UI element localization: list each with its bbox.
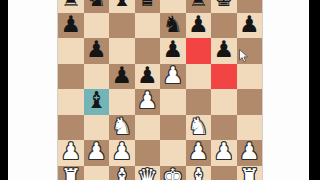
square-b3[interactable]: [84, 115, 110, 141]
square-g3[interactable]: [211, 115, 237, 141]
piece-black-pawn[interactable]: ♟: [213, 38, 234, 61]
right-letterbox-bar: [309, 0, 320, 180]
square-c2[interactable]: ♟: [109, 140, 135, 166]
square-d4[interactable]: ♟: [135, 89, 161, 115]
square-e1[interactable]: ♚: [160, 166, 186, 181]
piece-black-bishop[interactable]: ♝: [111, 0, 132, 10]
square-g5[interactable]: [211, 64, 237, 90]
piece-white-bishop[interactable]: ♝: [111, 166, 132, 180]
piece-black-pawn[interactable]: ♟: [60, 13, 81, 36]
square-a4[interactable]: [58, 89, 84, 115]
square-c3[interactable]: ♞: [109, 115, 135, 141]
square-c7[interactable]: [109, 13, 135, 39]
square-a3[interactable]: [58, 115, 84, 141]
piece-white-pawn[interactable]: ♟: [239, 140, 260, 163]
square-d5[interactable]: ♟: [135, 64, 161, 90]
square-e5[interactable]: ♟: [160, 64, 186, 90]
piece-black-pawn[interactable]: ♟: [111, 64, 132, 87]
square-b1[interactable]: [84, 166, 110, 181]
square-b4[interactable]: ♝: [84, 89, 110, 115]
piece-white-king[interactable]: ♚: [162, 166, 183, 180]
piece-black-pawn[interactable]: ♟: [86, 38, 107, 61]
piece-white-pawn[interactable]: ♟: [60, 140, 81, 163]
square-d2[interactable]: [135, 140, 161, 166]
square-a7[interactable]: ♟: [58, 13, 84, 39]
square-h4[interactable]: [237, 89, 263, 115]
square-d7[interactable]: [135, 13, 161, 39]
square-f4[interactable]: [186, 89, 212, 115]
square-h5[interactable]: [237, 64, 263, 90]
square-a5[interactable]: [58, 64, 84, 90]
square-d3[interactable]: [135, 115, 161, 141]
square-e4[interactable]: [160, 89, 186, 115]
square-g4[interactable]: [211, 89, 237, 115]
square-b6[interactable]: ♟: [84, 38, 110, 64]
piece-black-queen[interactable]: ♛: [137, 0, 158, 10]
square-f2[interactable]: ♟: [186, 140, 212, 166]
square-c6[interactable]: [109, 38, 135, 64]
square-c5[interactable]: ♟: [109, 64, 135, 90]
square-h6[interactable]: [237, 38, 263, 64]
piece-white-bishop[interactable]: ♝: [188, 166, 209, 180]
square-h3[interactable]: [237, 115, 263, 141]
square-h7[interactable]: ♟: [237, 13, 263, 39]
piece-white-rook[interactable]: ♜: [60, 166, 81, 180]
piece-black-rook[interactable]: ♜: [60, 0, 81, 10]
chess-board: ♜♞♝♛♜♚♟♞♟♟♟♟♟♟♟♟♝♟♞♞♟♟♟♟♟♟♜♝♛♚♝♜: [58, 0, 262, 180]
piece-black-pawn[interactable]: ♟: [239, 13, 260, 36]
square-c8[interactable]: ♝: [109, 0, 135, 13]
square-f7[interactable]: ♟: [186, 13, 212, 39]
piece-white-pawn[interactable]: ♟: [111, 140, 132, 163]
square-e3[interactable]: [160, 115, 186, 141]
square-a2[interactable]: ♟: [58, 140, 84, 166]
square-g1[interactable]: [211, 166, 237, 181]
square-f1[interactable]: ♝: [186, 166, 212, 181]
square-f3[interactable]: ♞: [186, 115, 212, 141]
square-a1[interactable]: ♜: [58, 166, 84, 181]
square-c4[interactable]: [109, 89, 135, 115]
square-g2[interactable]: ♟: [211, 140, 237, 166]
piece-white-queen[interactable]: ♛: [137, 166, 158, 180]
square-g6[interactable]: ♟: [211, 38, 237, 64]
square-e2[interactable]: [160, 140, 186, 166]
square-d8[interactable]: ♛: [135, 0, 161, 13]
square-h1[interactable]: ♜: [237, 166, 263, 181]
square-e6[interactable]: ♟: [160, 38, 186, 64]
piece-white-knight[interactable]: ♞: [188, 115, 209, 138]
piece-white-pawn[interactable]: ♟: [86, 140, 107, 163]
piece-white-pawn[interactable]: ♟: [188, 140, 209, 163]
piece-black-knight[interactable]: ♞: [86, 0, 107, 10]
piece-white-pawn[interactable]: ♟: [213, 140, 234, 163]
square-c1[interactable]: ♝: [109, 166, 135, 181]
square-e7[interactable]: ♞: [160, 13, 186, 39]
square-b7[interactable]: [84, 13, 110, 39]
square-b5[interactable]: [84, 64, 110, 90]
piece-white-pawn[interactable]: ♟: [137, 89, 158, 112]
square-b2[interactable]: ♟: [84, 140, 110, 166]
piece-white-pawn[interactable]: ♟: [162, 64, 183, 87]
piece-black-pawn[interactable]: ♟: [162, 38, 183, 61]
square-b8[interactable]: ♞: [84, 0, 110, 13]
square-h2[interactable]: ♟: [237, 140, 263, 166]
square-f6[interactable]: [186, 38, 212, 64]
square-g8[interactable]: ♚: [211, 0, 237, 13]
square-f5[interactable]: [186, 64, 212, 90]
piece-black-pawn[interactable]: ♟: [137, 64, 158, 87]
left-letterbox-bar: [0, 0, 8, 180]
square-a6[interactable]: [58, 38, 84, 64]
piece-white-knight[interactable]: ♞: [111, 115, 132, 138]
square-g7[interactable]: [211, 13, 237, 39]
piece-black-king[interactable]: ♚: [213, 0, 234, 10]
piece-white-rook[interactable]: ♜: [239, 166, 260, 180]
piece-black-knight[interactable]: ♞: [162, 13, 183, 36]
piece-black-rook[interactable]: ♜: [188, 0, 209, 10]
square-d1[interactable]: ♛: [135, 166, 161, 181]
square-d6[interactable]: [135, 38, 161, 64]
piece-black-pawn[interactable]: ♟: [188, 13, 209, 36]
piece-black-bishop[interactable]: ♝: [86, 89, 107, 112]
